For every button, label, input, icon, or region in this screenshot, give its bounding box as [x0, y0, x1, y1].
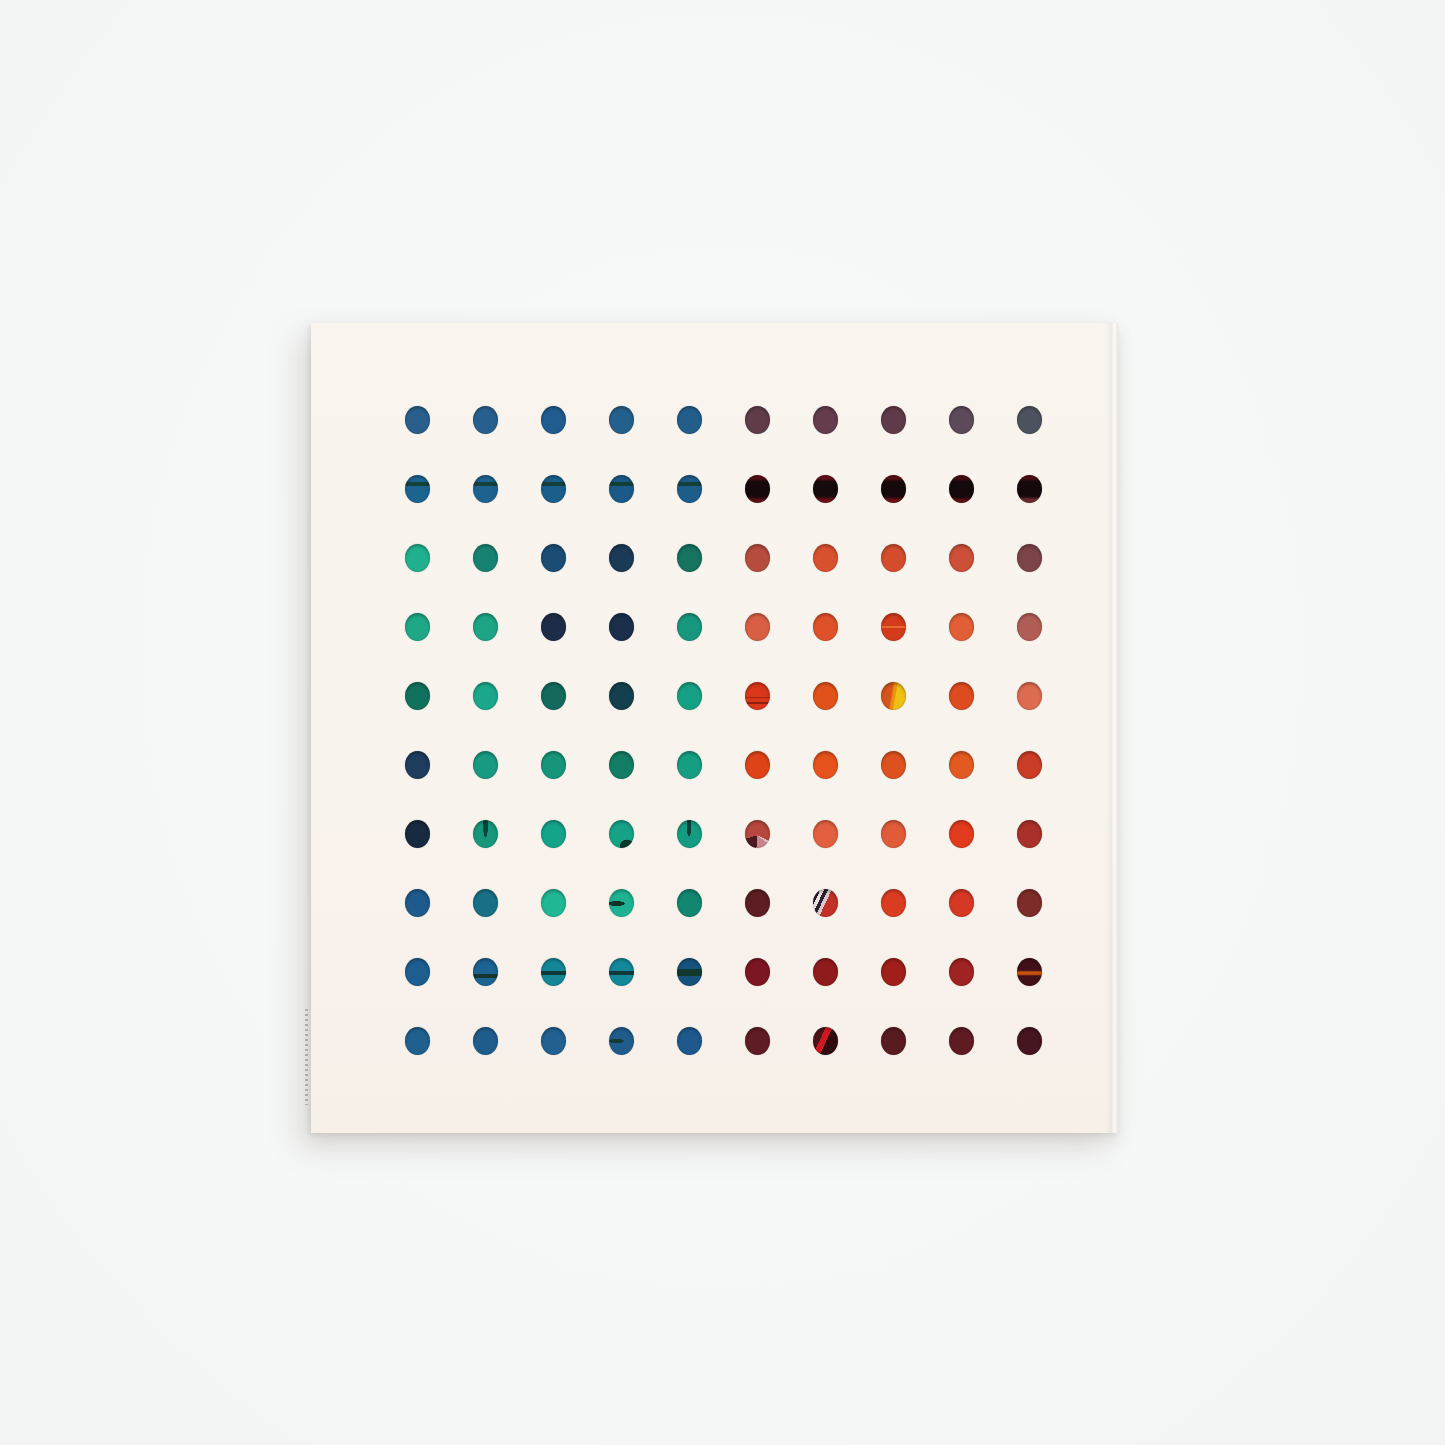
grid-cell-r4c7	[791, 592, 859, 661]
grid-cell-r1c5	[655, 385, 723, 454]
dot-r7c8	[881, 820, 906, 848]
grid-cell-r6c7	[791, 730, 859, 799]
grid-cell-r3c5	[655, 523, 723, 592]
grid-cell-r6c2	[451, 730, 519, 799]
grid-cell-r3c4	[587, 523, 655, 592]
dot-r6c10	[1017, 751, 1042, 779]
grid-cell-r1c8	[859, 385, 927, 454]
dot-r1c3	[541, 406, 566, 434]
dot-r3c4	[609, 544, 634, 572]
grid-cell-r7c6	[723, 799, 791, 868]
dot-r2c5	[677, 475, 702, 503]
dot-r10c8	[881, 1027, 906, 1055]
dot-r7c6	[745, 820, 770, 848]
grid-cell-r10c5	[655, 1006, 723, 1075]
grid-cell-r10c1	[383, 1006, 451, 1075]
grid-cell-r3c9	[927, 523, 995, 592]
dot-r2c4	[609, 475, 634, 503]
grid-cell-r2c5	[655, 454, 723, 523]
grid-cell-r7c7	[791, 799, 859, 868]
dot-r9c10	[1017, 958, 1042, 986]
dot-r8c10	[1017, 889, 1042, 917]
grid-cell-r7c4	[587, 799, 655, 868]
dot-r1c1	[405, 406, 430, 434]
dot-r9c7	[813, 958, 838, 986]
grid-cell-r2c7	[791, 454, 859, 523]
dot-r5c9	[949, 682, 974, 710]
grid-cell-r3c3	[519, 523, 587, 592]
grid-cell-r8c8	[859, 868, 927, 937]
dot-r2c1	[405, 475, 430, 503]
grid-cell-r9c1	[383, 937, 451, 1006]
dot-r8c7	[813, 889, 838, 917]
grid-cell-r7c9	[927, 799, 995, 868]
dot-r8c9	[949, 889, 974, 917]
grid-cell-r10c8	[859, 1006, 927, 1075]
dot-r1c7	[813, 406, 838, 434]
dot-r4c8	[881, 613, 906, 641]
dot-r5c4	[609, 682, 634, 710]
dot-r1c4	[609, 406, 634, 434]
grid-cell-r2c9	[927, 454, 995, 523]
dot-r3c6	[745, 544, 770, 572]
grid-cell-r4c9	[927, 592, 995, 661]
grid-cell-r9c6	[723, 937, 791, 1006]
grid-cell-r8c1	[383, 868, 451, 937]
dot-r2c9	[949, 475, 974, 503]
grid-cell-r6c10	[995, 730, 1063, 799]
dot-r5c6	[745, 682, 770, 710]
grid-cell-r8c7	[791, 868, 859, 937]
dot-r1c8	[881, 406, 906, 434]
dot-r2c2	[473, 475, 498, 503]
grid-cell-r2c3	[519, 454, 587, 523]
dot-r4c10	[1017, 613, 1042, 641]
grid-cell-r9c7	[791, 937, 859, 1006]
dot-r1c2	[473, 406, 498, 434]
dot-r2c7	[813, 475, 838, 503]
dot-r8c2	[473, 889, 498, 917]
dot-r9c9	[949, 958, 974, 986]
grid-cell-r6c8	[859, 730, 927, 799]
grid-cell-r7c1	[383, 799, 451, 868]
grid-cell-r1c9	[927, 385, 995, 454]
dot-r3c1	[405, 544, 430, 572]
dot-r4c4	[609, 613, 634, 641]
grid-cell-r1c3	[519, 385, 587, 454]
dot-r4c6	[745, 613, 770, 641]
grid-cell-r5c4	[587, 661, 655, 730]
dot-r10c6	[745, 1027, 770, 1055]
dot-r10c4	[609, 1027, 634, 1055]
dot-r9c6	[745, 958, 770, 986]
grid-cell-r4c4	[587, 592, 655, 661]
grid-cell-r2c10	[995, 454, 1063, 523]
grid-cell-r4c3	[519, 592, 587, 661]
grid-cell-r7c10	[995, 799, 1063, 868]
grid-cell-r10c10	[995, 1006, 1063, 1075]
dot-r6c9	[949, 751, 974, 779]
dot-r10c9	[949, 1027, 974, 1055]
grid-cell-r8c9	[927, 868, 995, 937]
dot-r10c1	[405, 1027, 430, 1055]
dot-r10c5	[677, 1027, 702, 1055]
dot-r8c1	[405, 889, 430, 917]
grid-cell-r4c6	[723, 592, 791, 661]
dot-r5c5	[677, 682, 702, 710]
grid-cell-r2c1	[383, 454, 451, 523]
grid-cell-r4c8	[859, 592, 927, 661]
dot-r5c8	[881, 682, 906, 710]
grid-cell-r10c6	[723, 1006, 791, 1075]
grid-cell-r9c4	[587, 937, 655, 1006]
dot-r6c2	[473, 751, 498, 779]
dot-r3c5	[677, 544, 702, 572]
die-cut-dot-grid	[383, 385, 1063, 1075]
grid-cell-r5c7	[791, 661, 859, 730]
grid-cell-r1c6	[723, 385, 791, 454]
dot-r2c3	[541, 475, 566, 503]
grid-cell-r10c9	[927, 1006, 995, 1075]
grid-cell-r10c2	[451, 1006, 519, 1075]
grid-cell-r5c1	[383, 661, 451, 730]
grid-cell-r4c2	[451, 592, 519, 661]
dot-r1c10	[1017, 406, 1042, 434]
grid-cell-r8c6	[723, 868, 791, 937]
grid-cell-r2c8	[859, 454, 927, 523]
grid-cell-r6c5	[655, 730, 723, 799]
grid-cell-r6c9	[927, 730, 995, 799]
dot-r10c10	[1017, 1027, 1042, 1055]
dot-r2c6	[745, 475, 770, 503]
dot-r3c9	[949, 544, 974, 572]
dot-r9c1	[405, 958, 430, 986]
dot-r5c1	[405, 682, 430, 710]
dot-r3c7	[813, 544, 838, 572]
dot-r10c2	[473, 1027, 498, 1055]
grid-cell-r4c5	[655, 592, 723, 661]
dot-r5c10	[1017, 682, 1042, 710]
dot-r9c5	[677, 958, 702, 986]
grid-cell-r3c10	[995, 523, 1063, 592]
grid-cell-r1c1	[383, 385, 451, 454]
grid-cell-r6c1	[383, 730, 451, 799]
dot-r9c4	[609, 958, 634, 986]
dot-r3c2	[473, 544, 498, 572]
grid-cell-r1c4	[587, 385, 655, 454]
grid-cell-r3c1	[383, 523, 451, 592]
grid-cell-r6c3	[519, 730, 587, 799]
grid-cell-r3c7	[791, 523, 859, 592]
grid-cell-r10c3	[519, 1006, 587, 1075]
grid-cell-r4c10	[995, 592, 1063, 661]
grid-cell-r7c2	[451, 799, 519, 868]
grid-cell-r4c1	[383, 592, 451, 661]
dot-r2c8	[881, 475, 906, 503]
grid-cell-r3c6	[723, 523, 791, 592]
dot-r3c8	[881, 544, 906, 572]
grid-cell-r9c3	[519, 937, 587, 1006]
dot-r4c5	[677, 613, 702, 641]
dot-r8c5	[677, 889, 702, 917]
dot-r5c7	[813, 682, 838, 710]
dot-r3c3	[541, 544, 566, 572]
dot-r1c9	[949, 406, 974, 434]
grid-cell-r5c9	[927, 661, 995, 730]
dot-r4c3	[541, 613, 566, 641]
grid-cell-r5c6	[723, 661, 791, 730]
grid-cell-r2c2	[451, 454, 519, 523]
dot-r4c2	[473, 613, 498, 641]
dot-r6c4	[609, 751, 634, 779]
grid-cell-r9c8	[859, 937, 927, 1006]
photo-background	[0, 0, 1445, 1445]
grid-cell-r6c6	[723, 730, 791, 799]
dot-r7c2	[473, 820, 498, 848]
dot-r9c2	[473, 958, 498, 986]
grid-cell-r5c10	[995, 661, 1063, 730]
grid-cell-r3c2	[451, 523, 519, 592]
dot-r10c3	[541, 1027, 566, 1055]
dot-r8c6	[745, 889, 770, 917]
dot-r7c3	[541, 820, 566, 848]
grid-cell-r8c2	[451, 868, 519, 937]
grid-cell-r9c2	[451, 937, 519, 1006]
dot-r10c7	[813, 1027, 838, 1055]
dot-r6c3	[541, 751, 566, 779]
grid-cell-r5c3	[519, 661, 587, 730]
dot-r1c5	[677, 406, 702, 434]
dot-r7c5	[677, 820, 702, 848]
grid-cell-r7c3	[519, 799, 587, 868]
dot-r7c9	[949, 820, 974, 848]
grid-cell-r10c7	[791, 1006, 859, 1075]
grid-cell-r5c8	[859, 661, 927, 730]
grid-cell-r10c4	[587, 1006, 655, 1075]
dot-r7c10	[1017, 820, 1042, 848]
dot-r8c3	[541, 889, 566, 917]
dot-r6c1	[405, 751, 430, 779]
grid-cell-r9c10	[995, 937, 1063, 1006]
album-sleeve-card	[311, 323, 1118, 1133]
grid-cell-r8c3	[519, 868, 587, 937]
dot-r3c10	[1017, 544, 1042, 572]
dot-r7c1	[405, 820, 430, 848]
dot-r5c2	[473, 682, 498, 710]
grid-cell-r7c5	[655, 799, 723, 868]
dot-r7c7	[813, 820, 838, 848]
dot-r6c7	[813, 751, 838, 779]
dot-r8c8	[881, 889, 906, 917]
dot-r4c7	[813, 613, 838, 641]
grid-cell-r7c8	[859, 799, 927, 868]
dot-r5c3	[541, 682, 566, 710]
dot-r1c6	[745, 406, 770, 434]
sleeve-right-edge-crease	[1106, 323, 1118, 1133]
dot-r9c3	[541, 958, 566, 986]
grid-cell-r9c5	[655, 937, 723, 1006]
grid-cell-r3c8	[859, 523, 927, 592]
dot-r6c8	[881, 751, 906, 779]
grid-cell-r2c4	[587, 454, 655, 523]
grid-cell-r8c10	[995, 868, 1063, 937]
grid-cell-r1c2	[451, 385, 519, 454]
grid-cell-r2c6	[723, 454, 791, 523]
grid-cell-r6c4	[587, 730, 655, 799]
spine-micro-text	[305, 1009, 308, 1105]
grid-cell-r1c10	[995, 385, 1063, 454]
dot-r2c10	[1017, 475, 1042, 503]
dot-r8c4	[609, 889, 634, 917]
grid-cell-r8c4	[587, 868, 655, 937]
dot-r4c9	[949, 613, 974, 641]
grid-cell-r5c5	[655, 661, 723, 730]
grid-cell-r5c2	[451, 661, 519, 730]
grid-cell-r1c7	[791, 385, 859, 454]
dot-r9c8	[881, 958, 906, 986]
dot-r6c6	[745, 751, 770, 779]
dot-r7c4	[609, 820, 634, 848]
dot-r6c5	[677, 751, 702, 779]
grid-cell-r9c9	[927, 937, 995, 1006]
grid-cell-r8c5	[655, 868, 723, 937]
dot-r4c1	[405, 613, 430, 641]
